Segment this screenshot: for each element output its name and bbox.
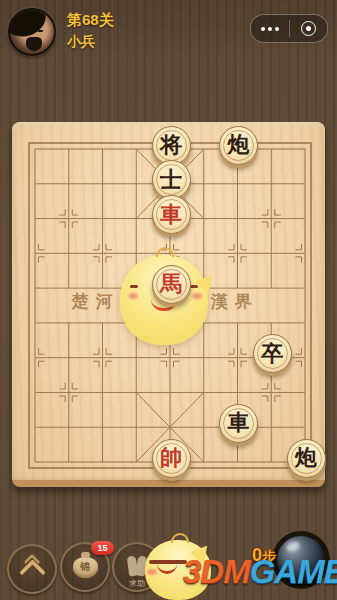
target-glyph xyxy=(301,21,316,36)
ellipsis-dots xyxy=(261,27,279,31)
wechat-capsule xyxy=(250,14,328,43)
piece-red-general[interactable]: 帥 xyxy=(152,439,191,478)
piece-black-soldier[interactable]: 卒 xyxy=(253,334,292,373)
ellipsis-icon[interactable] xyxy=(251,15,289,42)
piece-black-cannon[interactable]: 炮 xyxy=(219,126,258,165)
river-label-left: 楚河 xyxy=(65,290,120,313)
avatar[interactable] xyxy=(8,8,56,56)
bag-badge: 15 xyxy=(91,541,114,555)
app-root: 第68关 小兵 楚河 漢界 将炮士車馬卒車帥炮 锦 xyxy=(0,0,337,600)
piece-black-chariot[interactable]: 車 xyxy=(219,404,258,443)
avatar-eye xyxy=(28,30,33,32)
piece-red-horse[interactable]: 馬 xyxy=(152,265,191,304)
money-bag-icon: 锦 xyxy=(73,557,98,578)
river-label-right: 漢界 xyxy=(204,290,259,313)
avatar-eye xyxy=(38,30,43,32)
piece-black-general[interactable]: 将 xyxy=(152,126,191,165)
rank-label: 小兵 xyxy=(67,33,95,51)
collapse-button[interactable] xyxy=(7,544,57,594)
watermark-game: GAME xyxy=(250,553,337,590)
bag-button[interactable]: 锦 15 xyxy=(60,542,110,592)
watermark-3dm: 3DM xyxy=(183,553,250,590)
piece-red-chariot[interactable]: 車 xyxy=(152,195,191,234)
level-label: 第68关 xyxy=(67,11,114,30)
piece-black-cannon-2[interactable]: 炮 xyxy=(287,439,326,478)
avatar-beard xyxy=(26,37,42,51)
watermark: 3DMGAME xyxy=(183,553,337,591)
piece-black-advisor[interactable]: 士 xyxy=(152,160,191,199)
target-circle-icon[interactable] xyxy=(290,15,328,42)
board-panel[interactable]: 楚河 漢界 将炮士車馬卒車帥炮 xyxy=(12,122,325,487)
